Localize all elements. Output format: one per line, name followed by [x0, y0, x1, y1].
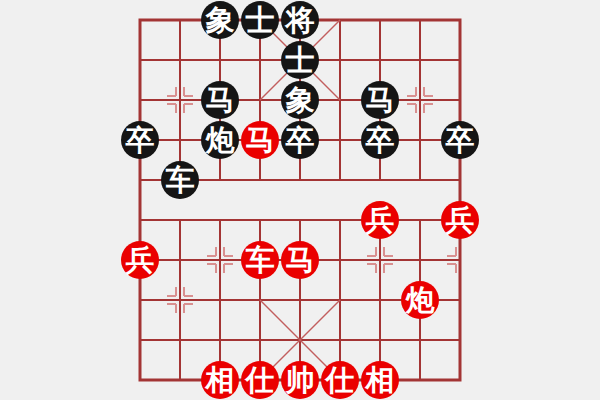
piece-red-advisor[interactable]: 仕 [321, 361, 359, 399]
piece-black-advisor[interactable]: 士 [281, 41, 319, 79]
piece-grid: 象士将士马象马卒炮马卒卒卒车兵兵兵车马炮相仕帅仕相 [120, 0, 480, 400]
piece-red-elephant[interactable]: 相 [201, 361, 239, 399]
piece-red-soldier[interactable]: 兵 [441, 201, 479, 239]
piece-red-chariot[interactable]: 车 [241, 241, 279, 279]
piece-black-elephant[interactable]: 象 [281, 81, 319, 119]
xiangqi-board: 象士将士马象马卒炮马卒卒卒车兵兵兵车马炮相仕帅仕相 [0, 0, 600, 400]
piece-red-soldier[interactable]: 兵 [361, 201, 399, 239]
piece-black-horse[interactable]: 马 [361, 81, 399, 119]
piece-red-horse[interactable]: 马 [241, 121, 279, 159]
piece-black-soldier[interactable]: 卒 [121, 121, 159, 159]
piece-black-general[interactable]: 将 [281, 1, 319, 39]
piece-black-advisor[interactable]: 士 [241, 1, 279, 39]
piece-black-cannon[interactable]: 炮 [201, 121, 239, 159]
piece-black-chariot[interactable]: 车 [161, 161, 199, 199]
piece-red-elephant[interactable]: 相 [361, 361, 399, 399]
piece-black-soldier[interactable]: 卒 [281, 121, 319, 159]
piece-red-soldier[interactable]: 兵 [121, 241, 159, 279]
piece-red-cannon[interactable]: 炮 [401, 281, 439, 319]
piece-red-horse[interactable]: 马 [281, 241, 319, 279]
piece-black-soldier[interactable]: 卒 [361, 121, 399, 159]
piece-black-horse[interactable]: 马 [201, 81, 239, 119]
piece-red-general[interactable]: 帅 [281, 361, 319, 399]
piece-red-advisor[interactable]: 仕 [241, 361, 279, 399]
piece-black-elephant[interactable]: 象 [201, 1, 239, 39]
piece-black-soldier[interactable]: 卒 [441, 121, 479, 159]
